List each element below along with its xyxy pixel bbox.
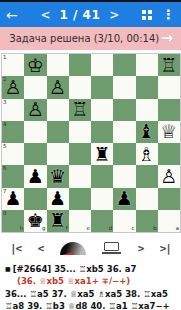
- puzzle-counter: 1 / 41: [59, 8, 100, 22]
- square-d1[interactable]: [91, 54, 113, 76]
- rank-label: 5: [3, 143, 7, 150]
- square-e3[interactable]: ♖: [69, 99, 91, 121]
- square-e7[interactable]: [69, 188, 91, 210]
- square-c4[interactable]: [113, 121, 135, 143]
- square-f7[interactable]: ♟: [47, 188, 69, 210]
- square-d6[interactable]: [91, 165, 113, 187]
- file-label: c: [131, 225, 134, 232]
- notation-mainline[interactable]: 36... ♖a5 37. ♕xa5 ♗xa5 38. ♖xa5 ♖a8 39.…: [5, 288, 176, 310]
- white-rook: ♖: [160, 56, 177, 75]
- notation-variation-line[interactable]: (36. ♕xb5 ♕xa1+ ∓/−+): [5, 275, 176, 287]
- square-a2[interactable]: [158, 76, 180, 98]
- top-bar: ← < 1 / 41 > ⋮: [0, 2, 181, 27]
- bullet-icon: ■: [5, 265, 11, 272]
- square-a3[interactable]: [158, 99, 180, 121]
- black-pawn: ♟: [116, 189, 133, 208]
- puzzle-navigation: < 1 / 41 >: [18, 8, 142, 22]
- file-label: g: [42, 225, 46, 232]
- overflow-menu-icon[interactable]: ⋮: [162, 7, 175, 22]
- square-c5[interactable]: [113, 143, 135, 165]
- white-bishop: ♗: [138, 145, 155, 164]
- square-a5[interactable]: [158, 143, 180, 165]
- square-g6[interactable]: ♟: [24, 165, 46, 187]
- square-d8[interactable]: d: [91, 210, 113, 232]
- file-label: h: [20, 225, 24, 232]
- square-h1[interactable]: 1: [2, 54, 24, 76]
- square-a6[interactable]: ♙: [158, 165, 180, 187]
- rank-label: 3: [3, 99, 7, 106]
- white-pawn: ♙: [49, 78, 66, 97]
- square-g8[interactable]: g♚: [24, 210, 46, 232]
- file-label: e: [87, 225, 90, 232]
- move-notation[interactable]: ■[#2664] 35... ♖xb5 36. a7 (36. ♕xb5 ♕xa…: [0, 259, 181, 310]
- square-c7[interactable]: ♟: [113, 188, 135, 210]
- square-c6[interactable]: [113, 165, 135, 187]
- square-e6[interactable]: [69, 165, 91, 187]
- file-label: f: [66, 225, 68, 232]
- square-h3[interactable]: 3: [2, 99, 24, 121]
- black-rook: ♜: [49, 211, 66, 230]
- square-e8[interactable]: e: [69, 210, 91, 232]
- go-forward-button[interactable]: >: [138, 242, 144, 255]
- black-bishop: ♝: [138, 122, 155, 141]
- file-label: b: [153, 225, 157, 232]
- prev-puzzle-icon[interactable]: <: [40, 8, 50, 22]
- status-banner-text: Задача решена (3/10, 00:14): [8, 33, 160, 44]
- square-e1[interactable]: [69, 54, 91, 76]
- rank-label: 6: [3, 165, 7, 172]
- square-h2[interactable]: 2♙: [2, 76, 24, 98]
- square-f4[interactable]: [47, 121, 69, 143]
- white-queen: ♕: [160, 122, 177, 141]
- rank-label: 1: [3, 54, 7, 61]
- rank-label: 4: [3, 121, 7, 128]
- square-c1[interactable]: [113, 54, 135, 76]
- square-f1[interactable]: [47, 54, 69, 76]
- square-b1[interactable]: [136, 54, 158, 76]
- rank-label: 8: [3, 210, 7, 217]
- square-d3[interactable]: [91, 99, 113, 121]
- black-pawn: ♟: [5, 189, 22, 208]
- square-h7[interactable]: 7♟: [2, 188, 24, 210]
- square-b7[interactable]: [136, 188, 158, 210]
- chess-board: 1♔♖2♙♙3♙♖4♝♕5♜♗6♟♛♙7♟♟♟8hg♚f♜edcba: [1, 53, 181, 233]
- white-pawn: ♙: [5, 78, 22, 97]
- square-d4[interactable]: [91, 121, 113, 143]
- square-d5[interactable]: ♜: [91, 143, 113, 165]
- black-queen: ♛: [49, 167, 66, 186]
- square-b4[interactable]: ♝: [136, 121, 158, 143]
- square-e5[interactable]: [69, 143, 91, 165]
- square-b2[interactable]: [136, 76, 158, 98]
- back-icon[interactable]: ←: [6, 8, 18, 22]
- next-arrow-icon[interactable]: →: [160, 31, 173, 46]
- square-d7[interactable]: [91, 188, 113, 210]
- file-label: d: [109, 225, 113, 232]
- square-c3[interactable]: [113, 99, 135, 121]
- square-g1[interactable]: ♔: [24, 54, 46, 76]
- square-f5[interactable]: [47, 143, 69, 165]
- square-h8[interactable]: 8h: [2, 210, 24, 232]
- square-h4[interactable]: 4: [2, 121, 24, 143]
- go-first-button[interactable]: |<: [10, 242, 21, 255]
- white-pawn: ♙: [27, 100, 44, 119]
- square-e2[interactable]: [69, 76, 91, 98]
- notation-header-line[interactable]: ■[#2664] 35... ♖xb5 36. a7: [5, 263, 176, 275]
- evaluation-gauge-icon[interactable]: [60, 242, 86, 255]
- square-b6[interactable]: [136, 165, 158, 187]
- white-pawn: ♙: [160, 167, 177, 186]
- next-puzzle-icon[interactable]: >: [109, 8, 119, 22]
- notation-header-text[interactable]: [#2664] 35... ♖xb5 36. a7: [13, 264, 137, 274]
- file-label: a: [176, 225, 179, 232]
- app-screen: ← < 1 / 41 > ⋮ Задача решена (3/10, 00:1…: [0, 0, 181, 310]
- square-a1[interactable]: ♖: [158, 54, 180, 76]
- square-b5[interactable]: ♗: [136, 143, 158, 165]
- square-g2[interactable]: [24, 76, 46, 98]
- square-b8[interactable]: b: [136, 210, 158, 232]
- square-g3[interactable]: ♙: [24, 99, 46, 121]
- square-f2[interactable]: ♙: [47, 76, 69, 98]
- black-rook: ♜: [94, 145, 111, 164]
- square-g5[interactable]: [24, 143, 46, 165]
- black-pawn: ♟: [27, 167, 44, 186]
- square-h5[interactable]: 5: [2, 143, 24, 165]
- square-f3[interactable]: [47, 99, 69, 121]
- go-back-button[interactable]: <: [38, 242, 44, 255]
- status-banner: Задача решена (3/10, 00:14) →: [0, 27, 181, 50]
- go-last-button[interactable]: >|: [160, 242, 171, 255]
- rank-label: 2: [3, 76, 7, 83]
- black-pawn: ♟: [49, 189, 66, 208]
- square-a8[interactable]: a: [158, 210, 180, 232]
- square-f6[interactable]: ♛: [47, 165, 69, 187]
- white-rook: ♖: [71, 100, 88, 119]
- square-g7[interactable]: [24, 188, 46, 210]
- square-a7[interactable]: [158, 188, 180, 210]
- square-f8[interactable]: f♜: [47, 210, 69, 232]
- square-g4[interactable]: [24, 121, 46, 143]
- square-c8[interactable]: c: [113, 210, 135, 232]
- playback-toolbar: |< < > >|: [0, 235, 181, 259]
- rank-label: 7: [3, 188, 7, 195]
- square-a4[interactable]: ♕: [158, 121, 180, 143]
- square-h6[interactable]: 6: [2, 165, 24, 187]
- grid-menu-icon[interactable]: [142, 10, 152, 20]
- square-e4[interactable]: [69, 121, 91, 143]
- square-d2[interactable]: [91, 76, 113, 98]
- engine-computer-icon[interactable]: [102, 242, 121, 254]
- square-b3[interactable]: [136, 99, 158, 121]
- white-king: ♔: [27, 56, 44, 75]
- board-area: 1♔♖2♙♙3♙♖4♝♕5♜♗6♟♛♙7♟♟♟8hg♚f♜edcba: [0, 50, 181, 235]
- square-c2[interactable]: [113, 76, 135, 98]
